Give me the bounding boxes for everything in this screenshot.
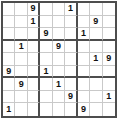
cell-r9c5[interactable] xyxy=(53,103,65,116)
cell-r9c3[interactable] xyxy=(28,103,40,116)
cell-r4c3[interactable] xyxy=(28,41,40,54)
cell-r8c5[interactable] xyxy=(53,91,65,104)
cell-r7c9[interactable] xyxy=(103,78,115,91)
cell-r4c9[interactable] xyxy=(103,41,115,54)
cell-r1c2[interactable] xyxy=(15,3,27,16)
cell-r2c5[interactable] xyxy=(53,16,65,29)
cell-r8c2[interactable] xyxy=(15,91,27,104)
cell-r7c5: 1 xyxy=(53,78,65,91)
cell-r6c6[interactable] xyxy=(65,66,77,79)
cell-r5c9: 9 xyxy=(103,53,115,66)
cell-r2c4[interactable] xyxy=(40,16,52,29)
cell-r7c2: 9 xyxy=(15,78,27,91)
cell-r4c8[interactable] xyxy=(90,41,102,54)
cell-r7c3[interactable] xyxy=(28,78,40,91)
cell-r4c5: 9 xyxy=(53,41,65,54)
cell-r2c7[interactable] xyxy=(78,16,90,29)
cell-r5c5[interactable] xyxy=(53,53,65,66)
cell-r6c1: 9 xyxy=(3,66,15,79)
cell-r1c9[interactable] xyxy=(103,3,115,16)
cell-r5c2[interactable] xyxy=(15,53,27,66)
cell-r9c9[interactable] xyxy=(103,103,115,116)
cell-r3c6[interactable] xyxy=(65,28,77,41)
cell-r8c6: 9 xyxy=(65,91,77,104)
cell-r3c7: 1 xyxy=(78,28,90,41)
cell-r4c7[interactable] xyxy=(78,41,90,54)
cell-r4c2: 1 xyxy=(15,41,27,54)
cell-r6c3[interactable] xyxy=(28,66,40,79)
cell-r2c6[interactable] xyxy=(65,16,77,29)
cell-r3c4: 9 xyxy=(40,28,52,41)
cell-r6c4: 1 xyxy=(40,66,52,79)
cell-r3c5[interactable] xyxy=(53,28,65,41)
cell-r4c4[interactable] xyxy=(40,41,52,54)
cell-r6c9[interactable] xyxy=(103,66,115,79)
cell-r1c8[interactable] xyxy=(90,3,102,16)
cell-r6c7[interactable] xyxy=(78,66,90,79)
cell-r1c7[interactable] xyxy=(78,3,90,16)
cell-r3c9[interactable] xyxy=(103,28,115,41)
cell-r7c6[interactable] xyxy=(65,78,77,91)
cell-r1c6: 1 xyxy=(65,3,77,16)
cell-r5c4[interactable] xyxy=(40,53,52,66)
cell-r6c5[interactable] xyxy=(53,66,65,79)
cell-r1c3: 9 xyxy=(28,3,40,16)
cell-r3c3[interactable] xyxy=(28,28,40,41)
sudoku-board: 911991191991919119 xyxy=(1,1,117,118)
cell-r7c4[interactable] xyxy=(40,78,52,91)
cell-r8c4[interactable] xyxy=(40,91,52,104)
cell-r9c1: 1 xyxy=(3,103,15,116)
cell-r5c6[interactable] xyxy=(65,53,77,66)
cell-r8c9: 1 xyxy=(103,91,115,104)
cell-r9c4[interactable] xyxy=(40,103,52,116)
cell-r5c1[interactable] xyxy=(3,53,15,66)
cell-r3c2[interactable] xyxy=(15,28,27,41)
cell-r2c9[interactable] xyxy=(103,16,115,29)
cell-r8c8[interactable] xyxy=(90,91,102,104)
cell-r5c3[interactable] xyxy=(28,53,40,66)
cell-r6c2[interactable] xyxy=(15,66,27,79)
cell-r2c2[interactable] xyxy=(15,16,27,29)
cell-r3c8[interactable] xyxy=(90,28,102,41)
cell-r3c1[interactable] xyxy=(3,28,15,41)
cell-r7c7[interactable] xyxy=(78,78,90,91)
cell-r8c3[interactable] xyxy=(28,91,40,104)
cell-r9c7: 9 xyxy=(78,103,90,116)
cell-r1c1[interactable] xyxy=(3,3,15,16)
cell-r1c4[interactable] xyxy=(40,3,52,16)
cell-r4c6[interactable] xyxy=(65,41,77,54)
cell-r7c8[interactable] xyxy=(90,78,102,91)
cell-r2c8: 9 xyxy=(90,16,102,29)
cell-r8c1[interactable] xyxy=(3,91,15,104)
cell-r2c1[interactable] xyxy=(3,16,15,29)
cell-r9c2[interactable] xyxy=(15,103,27,116)
cell-r7c1[interactable] xyxy=(3,78,15,91)
cell-r4c1[interactable] xyxy=(3,41,15,54)
cell-r5c8: 1 xyxy=(90,53,102,66)
cell-r9c6[interactable] xyxy=(65,103,77,116)
cell-r8c7[interactable] xyxy=(78,91,90,104)
cell-r6c8[interactable] xyxy=(90,66,102,79)
sudoku-board-container: 911991191991919119 xyxy=(1,1,117,118)
cell-r5c7[interactable] xyxy=(78,53,90,66)
cell-r2c3: 1 xyxy=(28,16,40,29)
cell-r9c8[interactable] xyxy=(90,103,102,116)
cell-r1c5[interactable] xyxy=(53,3,65,16)
